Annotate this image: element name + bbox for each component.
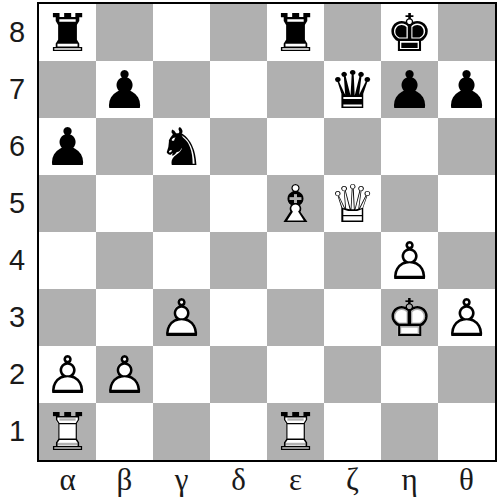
square-f1[interactable]	[324, 403, 381, 460]
square-h6[interactable]	[438, 118, 495, 175]
square-h2[interactable]	[438, 346, 495, 403]
square-g2[interactable]	[381, 346, 438, 403]
rank-labels: 87654321	[0, 4, 34, 460]
square-a2[interactable]: ♟♙	[39, 346, 96, 403]
piece-white-queen[interactable]: ♛♕	[324, 175, 381, 232]
square-c5[interactable]	[153, 175, 210, 232]
square-f3[interactable]	[324, 289, 381, 346]
square-g5[interactable]	[381, 175, 438, 232]
rank-label-8: 8	[0, 4, 34, 61]
file-label-d: δ	[210, 462, 267, 498]
square-b3[interactable]	[96, 289, 153, 346]
piece-black-rook[interactable]: ♜	[39, 4, 96, 61]
piece-white-pawn[interactable]: ♟♙	[381, 232, 438, 289]
piece-glyph: ♟	[438, 61, 495, 118]
rank-label-7: 7	[0, 61, 34, 118]
square-b6[interactable]	[96, 118, 153, 175]
square-d4[interactable]	[210, 232, 267, 289]
square-e4[interactable]	[267, 232, 324, 289]
square-a7[interactable]	[39, 61, 96, 118]
rank-label-5: 5	[0, 175, 34, 232]
piece-outline-layer: ♙	[381, 232, 438, 289]
square-f2[interactable]	[324, 346, 381, 403]
piece-glyph: ♞	[153, 118, 210, 175]
file-label-f: ζ	[324, 462, 381, 498]
rank-label-4: 4	[0, 232, 34, 289]
rank-label-2: 2	[0, 346, 34, 403]
square-d6[interactable]	[210, 118, 267, 175]
piece-black-king[interactable]: ♚	[381, 4, 438, 61]
piece-black-queen[interactable]: ♛	[324, 61, 381, 118]
rank-label-3: 3	[0, 289, 34, 346]
piece-white-rook[interactable]: ♜♖	[39, 403, 96, 460]
square-f6[interactable]	[324, 118, 381, 175]
square-h8[interactable]	[438, 4, 495, 61]
file-label-b: β	[96, 462, 153, 498]
piece-outline-layer: ♙	[438, 289, 495, 346]
piece-black-pawn[interactable]: ♟	[438, 61, 495, 118]
square-c3[interactable]: ♟♙	[153, 289, 210, 346]
square-e8[interactable]: ♜	[267, 4, 324, 61]
piece-glyph: ♟	[96, 61, 153, 118]
square-d3[interactable]	[210, 289, 267, 346]
piece-outline-layer: ♕	[324, 175, 381, 232]
piece-glyph: ♟	[39, 118, 96, 175]
piece-outline-layer: ♖	[267, 403, 324, 460]
rank-label-6: 6	[0, 118, 34, 175]
piece-white-pawn[interactable]: ♟♙	[153, 289, 210, 346]
square-f5[interactable]: ♛♕	[324, 175, 381, 232]
square-g7[interactable]: ♟	[381, 61, 438, 118]
piece-black-pawn[interactable]: ♟	[96, 61, 153, 118]
file-label-h: θ	[438, 462, 495, 498]
square-a5[interactable]	[39, 175, 96, 232]
square-d8[interactable]	[210, 4, 267, 61]
piece-outline-layer: ♗	[267, 175, 324, 232]
square-b7[interactable]: ♟	[96, 61, 153, 118]
piece-outline-layer: ♔	[381, 289, 438, 346]
file-label-g: η	[381, 462, 438, 498]
square-c7[interactable]	[153, 61, 210, 118]
square-b1[interactable]	[96, 403, 153, 460]
square-b2[interactable]: ♟♙	[96, 346, 153, 403]
piece-black-pawn[interactable]: ♟	[381, 61, 438, 118]
piece-glyph: ♚	[381, 4, 438, 61]
piece-outline-layer: ♙	[39, 346, 96, 403]
square-a8[interactable]: ♜	[39, 4, 96, 61]
square-h5[interactable]	[438, 175, 495, 232]
piece-white-pawn[interactable]: ♟♙	[438, 289, 495, 346]
piece-glyph: ♜	[267, 4, 324, 61]
square-g4[interactable]: ♟♙	[381, 232, 438, 289]
square-d5[interactable]	[210, 175, 267, 232]
square-e6[interactable]	[267, 118, 324, 175]
file-label-a: α	[39, 462, 96, 498]
piece-outline-layer: ♙	[96, 346, 153, 403]
square-c1[interactable]	[153, 403, 210, 460]
file-label-e: ε	[267, 462, 324, 498]
square-g8[interactable]: ♚	[381, 4, 438, 61]
chess-diagram: 87654321 ♜♜♚♟♛♟♟♟♞♝♗♛♕♟♙♟♙♚♔♟♙♟♙♟♙♜♖♜♖ α…	[0, 0, 500, 500]
square-d2[interactable]	[210, 346, 267, 403]
square-c6[interactable]: ♞	[153, 118, 210, 175]
square-a3[interactable]	[39, 289, 96, 346]
square-c2[interactable]	[153, 346, 210, 403]
square-c4[interactable]	[153, 232, 210, 289]
piece-white-bishop[interactable]: ♝♗	[267, 175, 324, 232]
square-a4[interactable]	[39, 232, 96, 289]
square-h1[interactable]	[438, 403, 495, 460]
piece-white-king[interactable]: ♚♔	[381, 289, 438, 346]
square-d1[interactable]	[210, 403, 267, 460]
piece-black-rook[interactable]: ♜	[267, 4, 324, 61]
square-e7[interactable]	[267, 61, 324, 118]
file-labels: αβγδεζηθ	[39, 462, 495, 498]
chess-board: ♜♜♚♟♛♟♟♟♞♝♗♛♕♟♙♟♙♚♔♟♙♟♙♟♙♜♖♜♖	[37, 2, 497, 462]
square-e1[interactable]: ♜♖	[267, 403, 324, 460]
rank-label-1: 1	[0, 403, 34, 460]
square-f4[interactable]	[324, 232, 381, 289]
piece-glyph: ♜	[39, 4, 96, 61]
piece-glyph: ♛	[324, 61, 381, 118]
square-b4[interactable]	[96, 232, 153, 289]
square-a6[interactable]: ♟	[39, 118, 96, 175]
piece-glyph: ♟	[381, 61, 438, 118]
file-label-c: γ	[153, 462, 210, 498]
square-e2[interactable]	[267, 346, 324, 403]
piece-white-pawn[interactable]: ♟♙	[39, 346, 96, 403]
square-f7[interactable]: ♛	[324, 61, 381, 118]
square-e3[interactable]	[267, 289, 324, 346]
square-e5[interactable]: ♝♗	[267, 175, 324, 232]
piece-white-rook[interactable]: ♜♖	[267, 403, 324, 460]
piece-outline-layer: ♖	[39, 403, 96, 460]
square-d7[interactable]	[210, 61, 267, 118]
square-f8[interactable]	[324, 4, 381, 61]
square-b5[interactable]	[96, 175, 153, 232]
piece-black-knight[interactable]: ♞	[153, 118, 210, 175]
square-c8[interactable]	[153, 4, 210, 61]
piece-white-pawn[interactable]: ♟♙	[96, 346, 153, 403]
square-b8[interactable]	[96, 4, 153, 61]
square-a1[interactable]: ♜♖	[39, 403, 96, 460]
square-g3[interactable]: ♚♔	[381, 289, 438, 346]
square-h7[interactable]: ♟	[438, 61, 495, 118]
piece-outline-layer: ♙	[153, 289, 210, 346]
square-g6[interactable]	[381, 118, 438, 175]
square-g1[interactable]	[381, 403, 438, 460]
square-h3[interactable]: ♟♙	[438, 289, 495, 346]
square-h4[interactable]	[438, 232, 495, 289]
piece-black-pawn[interactable]: ♟	[39, 118, 96, 175]
